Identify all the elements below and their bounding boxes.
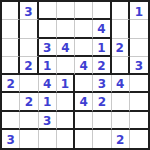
cell-r8c5[interactable] [75, 130, 93, 148]
given-digit: 1 [97, 41, 105, 53]
cell-r6c1[interactable] [2, 93, 20, 111]
given-digit: 2 [116, 133, 124, 145]
given-digit: 2 [24, 59, 32, 71]
given-digit: 1 [135, 5, 143, 17]
cell-r3c8[interactable] [130, 39, 148, 57]
cell-r6c7[interactable] [112, 93, 130, 111]
given-digit: 2 [6, 78, 14, 90]
cell-r7c5[interactable] [75, 112, 93, 130]
cell-r4c7[interactable] [112, 57, 130, 75]
cell-r2c4[interactable] [57, 20, 75, 38]
cell-r4c1[interactable] [2, 57, 20, 75]
given-digit: 3 [43, 41, 51, 53]
cell-r1c3[interactable] [39, 2, 57, 20]
given-digit: 2 [98, 96, 106, 108]
given-digit: 3 [135, 59, 143, 71]
cell-r4c6[interactable]: 2 [93, 57, 111, 75]
given-digit: 2 [97, 59, 105, 71]
cell-r8c8[interactable] [130, 130, 148, 148]
cell-r3c3[interactable]: 3 [39, 39, 57, 57]
cell-r1c7[interactable] [112, 2, 130, 20]
cell-r1c4[interactable] [57, 2, 75, 20]
cell-r6c3[interactable]: 1 [39, 93, 57, 111]
given-digit: 4 [43, 78, 51, 90]
cell-r5c3[interactable]: 4 [39, 75, 57, 93]
cell-r6c5[interactable]: 4 [75, 93, 93, 111]
puzzle-board: 314341221423241342142332 [0, 0, 150, 150]
cell-r5c5[interactable] [75, 75, 93, 93]
cell-r1c1[interactable] [2, 2, 20, 20]
cell-r7c6[interactable] [93, 112, 111, 130]
cell-r6c8[interactable] [130, 93, 148, 111]
given-digit: 2 [25, 96, 33, 108]
given-digit: 4 [116, 78, 124, 90]
cell-r1c8[interactable]: 1 [130, 2, 148, 20]
cell-r8c3[interactable] [39, 130, 57, 148]
cell-r5c1[interactable]: 2 [2, 75, 20, 93]
cell-r7c8[interactable] [130, 112, 148, 130]
given-digit: 3 [24, 5, 32, 17]
cell-r8c6[interactable] [93, 130, 111, 148]
cell-r4c4[interactable] [57, 57, 75, 75]
cell-r3c7[interactable]: 2 [112, 39, 130, 57]
cell-r8c4[interactable] [57, 130, 75, 148]
given-digit: 1 [43, 59, 51, 71]
cell-r7c4[interactable] [57, 112, 75, 130]
cell-r8c2[interactable] [20, 130, 38, 148]
given-digit: 1 [61, 78, 69, 90]
cell-r7c7[interactable] [112, 112, 130, 130]
cell-r3c4[interactable]: 4 [57, 39, 75, 57]
given-digit: 4 [79, 59, 87, 71]
cell-r4c5[interactable]: 4 [75, 57, 93, 75]
cell-r5c7[interactable]: 4 [112, 75, 130, 93]
given-digit: 4 [61, 41, 69, 53]
cell-r2c1[interactable] [2, 20, 20, 38]
cell-r8c7[interactable]: 2 [112, 130, 130, 148]
cell-r3c1[interactable] [2, 39, 20, 57]
cell-r3c2[interactable] [20, 39, 38, 57]
cell-r6c2[interactable]: 2 [20, 93, 38, 111]
cell-r4c3[interactable]: 1 [39, 57, 57, 75]
cell-r2c8[interactable] [130, 20, 148, 38]
cell-r2c7[interactable] [112, 20, 130, 38]
given-digit: 4 [79, 96, 87, 108]
cell-r1c6[interactable] [93, 2, 111, 20]
cell-r4c2[interactable]: 2 [20, 57, 38, 75]
given-digit: 2 [115, 42, 123, 54]
cell-r2c5[interactable] [75, 20, 93, 38]
cell-r1c5[interactable] [75, 2, 93, 20]
given-digit: 1 [43, 96, 51, 108]
cell-r2c2[interactable] [20, 20, 38, 38]
given-digit: 3 [6, 133, 14, 145]
cell-r2c3[interactable] [39, 20, 57, 38]
cell-r3c5[interactable] [75, 39, 93, 57]
cell-r1c2[interactable]: 3 [20, 2, 38, 20]
given-digit: 3 [43, 114, 51, 126]
cell-r5c6[interactable]: 3 [93, 75, 111, 93]
cell-r5c8[interactable] [130, 75, 148, 93]
cell-r4c8[interactable]: 3 [130, 57, 148, 75]
given-digit: 4 [97, 23, 105, 35]
cell-r5c2[interactable] [20, 75, 38, 93]
given-digit: 3 [98, 78, 106, 90]
cell-r5c4[interactable]: 1 [57, 75, 75, 93]
cell-r8c1[interactable]: 3 [2, 130, 20, 148]
cell-r3c6[interactable]: 1 [93, 39, 111, 57]
cell-r7c2[interactable] [20, 112, 38, 130]
cell-r7c1[interactable] [2, 112, 20, 130]
cell-r7c3[interactable]: 3 [39, 112, 57, 130]
cell-r6c6[interactable]: 2 [93, 93, 111, 111]
cell-r6c4[interactable] [57, 93, 75, 111]
cell-r2c6[interactable]: 4 [93, 20, 111, 38]
